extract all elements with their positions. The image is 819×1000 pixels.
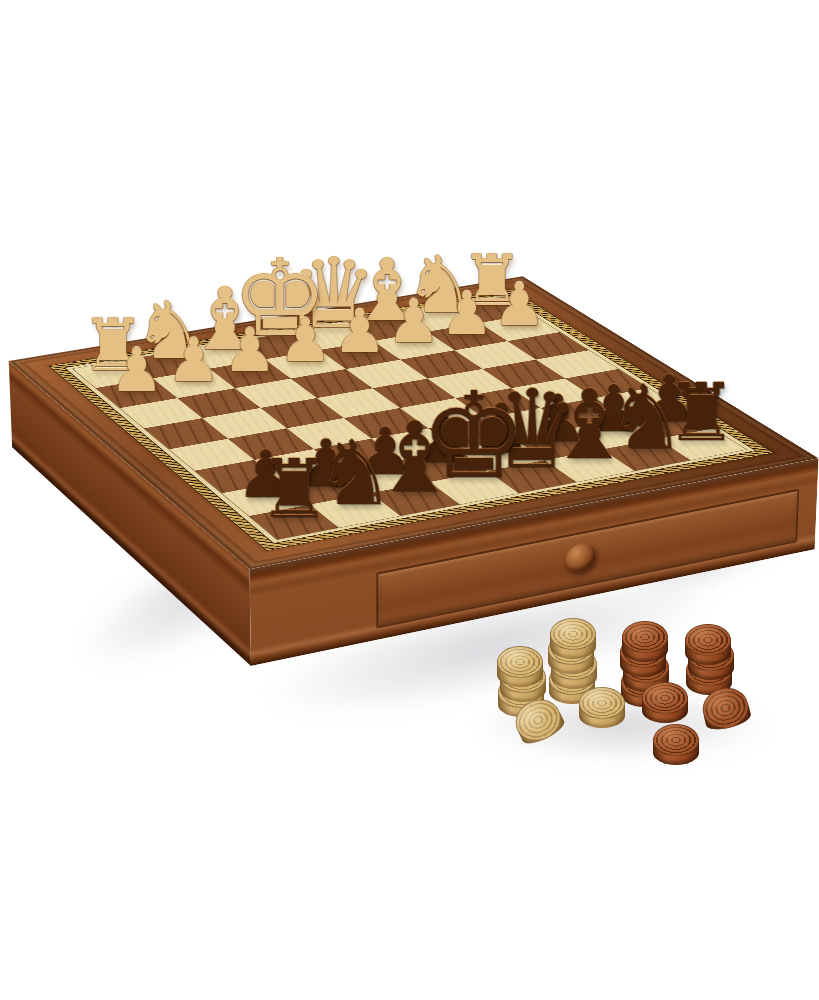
checker-top xyxy=(509,692,568,748)
checker-light-6[interactable] xyxy=(579,687,625,732)
checker-top xyxy=(642,682,688,714)
checker-dark-9[interactable] xyxy=(653,724,699,769)
checker-dark-8[interactable] xyxy=(703,688,749,733)
checker-top xyxy=(497,646,543,678)
dark-checker xyxy=(653,724,699,768)
checker-dark-7[interactable] xyxy=(642,682,688,727)
checker-top xyxy=(685,624,731,656)
light-checker xyxy=(509,692,570,752)
checker-top xyxy=(579,687,625,719)
checker-top xyxy=(622,621,668,653)
dark-checker xyxy=(698,683,753,737)
checkers-layer xyxy=(0,0,819,1000)
dark-checker xyxy=(622,621,668,665)
dark-checker xyxy=(685,624,731,668)
dark-checker xyxy=(642,682,688,726)
light-checker xyxy=(550,618,596,662)
light-checker xyxy=(497,646,543,690)
checker-top xyxy=(550,618,596,650)
checker-top xyxy=(653,724,699,756)
checker-light-5[interactable] xyxy=(516,700,562,745)
product-photo: ♜♞♝♚♛♝♞♜♟♟♟♟♟♟♟♟♟♟♟♟♟♟♟♟♜♞♝♚♛♝♞♜ xyxy=(0,0,819,1000)
light-checker xyxy=(579,687,625,731)
